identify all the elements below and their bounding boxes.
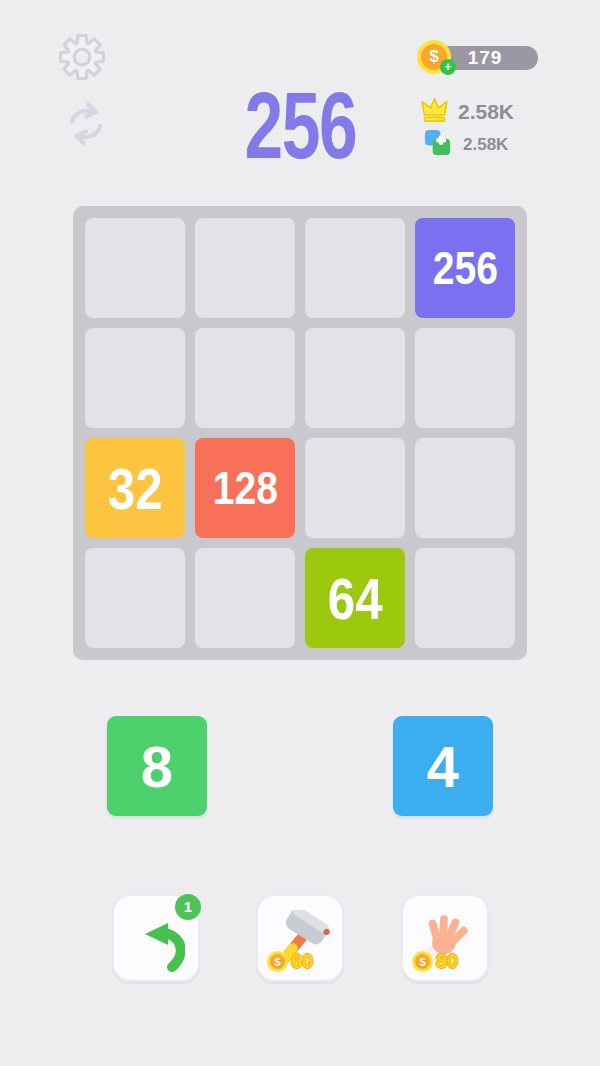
hammer-price: $ 60 — [267, 950, 313, 973]
board: 2563212864 — [73, 206, 527, 660]
best-score-value: 2.58K — [458, 100, 514, 124]
hammer-button[interactable]: $ 60 — [256, 894, 344, 982]
coin-icon: $ — [267, 951, 288, 972]
empty-cell[interactable] — [305, 438, 405, 538]
undo-count-badge: 1 — [175, 894, 201, 920]
next-tile-left[interactable]: 8 — [107, 716, 207, 816]
settings-button[interactable] — [57, 32, 107, 82]
hand-button[interactable]: $ 80 — [401, 894, 489, 982]
empty-cell[interactable] — [415, 438, 515, 538]
tiles-stat-value: 2.58K — [463, 135, 508, 155]
copy-plus-icon — [424, 129, 451, 160]
score-value: 256 — [244, 82, 356, 170]
hand-price: $ 80 — [412, 950, 458, 973]
empty-cell[interactable] — [415, 328, 515, 428]
hand-cost: 80 — [436, 950, 458, 973]
tile-value: 32 — [108, 455, 163, 522]
tile-value: 64 — [328, 565, 383, 632]
tile-128[interactable]: 128 — [195, 438, 295, 538]
empty-cell[interactable] — [195, 328, 295, 428]
empty-cell[interactable] — [305, 218, 405, 318]
empty-cell[interactable] — [85, 218, 185, 318]
tile-value: 256 — [432, 241, 497, 295]
dollar-glyph: $ — [429, 47, 438, 67]
empty-cell[interactable] — [85, 548, 185, 648]
coin-icon: $ — [412, 951, 433, 972]
coin-count: 179 — [468, 47, 503, 69]
next-tile-right[interactable]: 4 — [393, 716, 493, 816]
game-screen: 256 179 $ + 2.58K 2.58K — [0, 0, 600, 1066]
best-score-row: 2.58K — [419, 94, 514, 129]
tile-32[interactable]: 32 — [85, 438, 185, 538]
undo-arrow-icon — [114, 917, 198, 973]
hammer-cost: 60 — [291, 950, 313, 973]
tile-64[interactable]: 64 — [305, 548, 405, 648]
dollar-glyph: $ — [419, 956, 425, 968]
empty-cell[interactable] — [415, 548, 515, 648]
tile-value: 128 — [212, 461, 277, 515]
dollar-glyph: $ — [274, 956, 280, 968]
empty-cell[interactable] — [85, 328, 185, 428]
empty-cell[interactable] — [195, 218, 295, 318]
add-coins-button[interactable]: + — [440, 59, 456, 75]
empty-cell[interactable] — [305, 328, 405, 428]
crown-icon — [419, 94, 450, 129]
undo-button[interactable]: 1 — [112, 894, 200, 982]
tiles-stat-row: 2.58K — [424, 129, 508, 160]
tile-256[interactable]: 256 — [415, 218, 515, 318]
empty-cell[interactable] — [195, 548, 295, 648]
